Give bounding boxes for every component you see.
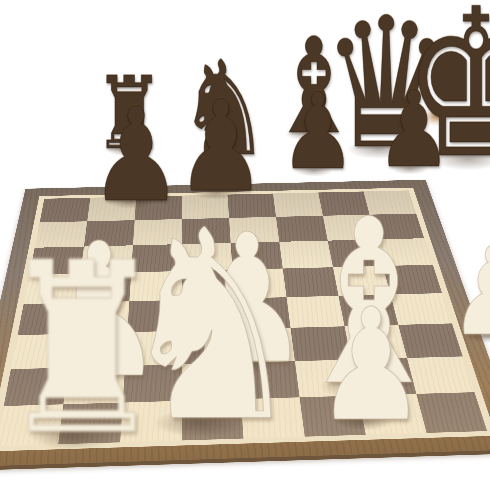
white-rook[interactable]: ♜	[0, 232, 167, 468]
black-pawn[interactable]: ♟	[376, 77, 452, 183]
photo-stage: ♜♟♞♟♝♟♛♟♚♟♟♟♝♟♞♜	[0, 0, 490, 490]
white-pawn[interactable]: ♟	[449, 231, 490, 353]
pieces-layer: ♜♟♞♟♝♟♛♟♚♟♟♟♝♟♞♜	[0, 0, 490, 490]
black-pawn[interactable]: ♟	[280, 79, 356, 185]
white-pawn[interactable]: ♟	[315, 288, 426, 443]
